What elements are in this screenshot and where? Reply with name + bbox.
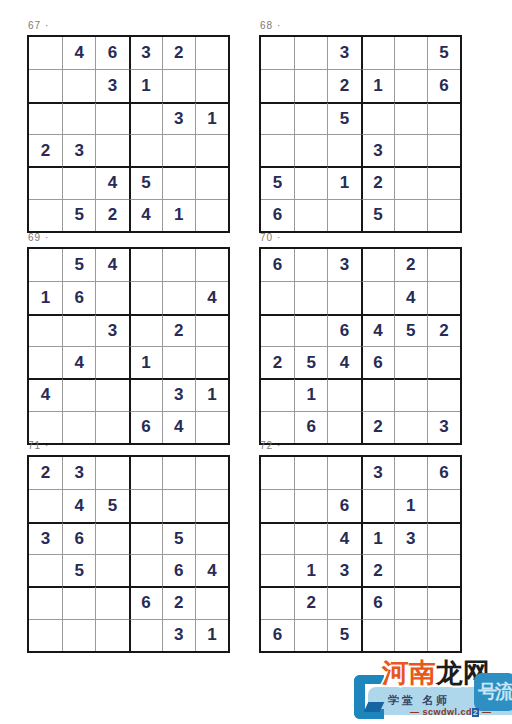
cell-r1c2: 4 — [62, 37, 95, 69]
cell-r1c4 — [361, 249, 394, 281]
cell-r4c5: 6 — [162, 554, 195, 586]
cell-r5c3 — [95, 586, 128, 618]
cell-r5c6 — [427, 586, 460, 618]
cell-r2c4 — [361, 489, 394, 521]
cell-r1c6 — [195, 249, 228, 281]
cell-r3c5 — [394, 102, 427, 134]
cell-r3c1 — [261, 102, 294, 134]
cell-r6c6: 3 — [427, 411, 460, 443]
cell-r5c1: 5 — [261, 166, 294, 198]
cell-r5c5 — [394, 378, 427, 410]
cell-r3c5: 3 — [394, 522, 427, 554]
cell-r4c4 — [129, 554, 162, 586]
watermark-title-henan: 河南 — [382, 658, 436, 688]
cell-r2c6: 6 — [427, 69, 460, 101]
cell-r6c5 — [394, 619, 427, 651]
cell-r6c1: 6 — [261, 619, 294, 651]
cell-r3c1 — [261, 522, 294, 554]
cell-r3c6: 2 — [427, 314, 460, 346]
cell-r4c1 — [29, 346, 62, 378]
cell-r3c4: 4 — [361, 314, 394, 346]
puzzle-number-label: 72 · — [260, 440, 462, 452]
cell-r6c3 — [327, 411, 360, 443]
sudoku-grid-69: 54164324143164 — [27, 247, 230, 445]
cell-r3c4 — [129, 314, 162, 346]
cell-r3c3: 3 — [95, 314, 128, 346]
cell-r5c2: 2 — [294, 586, 327, 618]
cell-r2c2 — [62, 69, 95, 101]
sudoku-grid-71: 23453655646231 — [27, 455, 230, 653]
cell-r1c6 — [195, 457, 228, 489]
cell-r4c1: 2 — [29, 134, 62, 166]
cell-r4c5 — [394, 554, 427, 586]
cell-r5c3: 4 — [95, 166, 128, 198]
cell-r3c4 — [129, 102, 162, 134]
cell-r5c4 — [361, 378, 394, 410]
cell-r2c1: 1 — [29, 281, 62, 313]
watermark-domain: — scwdwl.cd2 — — [410, 707, 492, 717]
cell-r2c4: 1 — [361, 69, 394, 101]
cell-r3c3: 4 — [327, 522, 360, 554]
puzzle-70: 70 · 6324645225461623 — [259, 232, 462, 445]
cell-r4c4: 2 — [361, 554, 394, 586]
cell-r2c6 — [195, 489, 228, 521]
cell-r1c2: 3 — [62, 457, 95, 489]
cell-r2c3 — [327, 281, 360, 313]
cell-r5c5 — [162, 166, 195, 198]
cell-r5c2 — [62, 378, 95, 410]
cell-r3c6 — [195, 522, 228, 554]
site-watermark: 学堂 名师 河南龙网 号流 — scwdwl.cd2 — — [352, 654, 512, 724]
cell-r4c1 — [261, 554, 294, 586]
cell-r3c5: 5 — [394, 314, 427, 346]
cell-r6c2: 6 — [294, 411, 327, 443]
cell-r5c1: 4 — [29, 378, 62, 410]
cell-r2c5 — [162, 281, 195, 313]
sudoku-grid-68: 352165351265 — [259, 35, 462, 233]
cell-r3c4 — [129, 522, 162, 554]
cell-r2c3: 2 — [327, 69, 360, 101]
cell-r6c4 — [129, 619, 162, 651]
cell-r3c5: 3 — [162, 102, 195, 134]
puzzle-number-label: 69 · — [28, 232, 230, 244]
cell-r2c4: 1 — [129, 69, 162, 101]
cell-r2c1 — [261, 69, 294, 101]
sudoku-grid-72: 36614131322665 — [259, 455, 462, 653]
cell-r1c3: 3 — [327, 249, 360, 281]
cell-r4c6 — [195, 134, 228, 166]
cell-r6c5 — [394, 199, 427, 231]
cell-r1c3 — [95, 457, 128, 489]
cell-r5c6: 1 — [195, 378, 228, 410]
cell-r1c6: 5 — [427, 37, 460, 69]
cell-r2c5 — [162, 69, 195, 101]
cell-r4c3: 3 — [327, 554, 360, 586]
cell-r3c1 — [29, 102, 62, 134]
cell-r4c6 — [427, 554, 460, 586]
cell-r1c4 — [361, 37, 394, 69]
cell-r5c6 — [195, 166, 228, 198]
cell-r4c3 — [95, 554, 128, 586]
cell-r5c6 — [427, 378, 460, 410]
cell-r2c2 — [294, 69, 327, 101]
cell-r1c4 — [129, 457, 162, 489]
cell-r2c3: 5 — [95, 489, 128, 521]
cell-r5c1 — [261, 586, 294, 618]
cell-r6c2 — [294, 619, 327, 651]
cell-r1c4 — [129, 249, 162, 281]
cell-r4c6: 4 — [195, 554, 228, 586]
cell-r6c4: 2 — [361, 411, 394, 443]
cell-r6c5: 3 — [162, 619, 195, 651]
cell-r3c4 — [361, 102, 394, 134]
cell-r5c1 — [29, 586, 62, 618]
cell-r6c6 — [195, 411, 228, 443]
puzzle-72: 72 · 36614131322665 — [259, 440, 462, 653]
cell-r5c2 — [62, 586, 95, 618]
cell-r3c5: 2 — [162, 314, 195, 346]
cell-r4c4: 1 — [129, 346, 162, 378]
cell-r4c6 — [427, 346, 460, 378]
cell-r4c2: 4 — [62, 346, 95, 378]
cell-r1c3: 3 — [327, 37, 360, 69]
cell-r3c3 — [95, 522, 128, 554]
cell-r1c3 — [327, 457, 360, 489]
cell-r5c6 — [195, 586, 228, 618]
puzzle-68: 68 · 352165351265 — [259, 20, 462, 233]
cell-r4c4: 3 — [361, 134, 394, 166]
puzzle-69: 69 · 54164324143164 — [27, 232, 230, 445]
cell-r2c4 — [361, 281, 394, 313]
cell-r3c1 — [29, 314, 62, 346]
puzzle-number-label: 70 · — [260, 232, 462, 244]
cell-r6c3 — [95, 619, 128, 651]
watermark-domain-text: scwdwl.cd — [423, 707, 473, 717]
cell-r2c5 — [162, 489, 195, 521]
cell-r4c5 — [162, 346, 195, 378]
cell-r6c5: 1 — [162, 199, 195, 231]
cell-r5c5: 3 — [162, 378, 195, 410]
cell-r6c6 — [427, 199, 460, 231]
puzzle-number-label: 68 · — [260, 20, 462, 32]
cell-r1c6: 6 — [427, 457, 460, 489]
cell-r4c3: 4 — [327, 346, 360, 378]
cell-r6c3 — [327, 199, 360, 231]
cell-r5c2 — [62, 166, 95, 198]
cell-r6c3 — [95, 411, 128, 443]
cell-r4c4: 6 — [361, 346, 394, 378]
cell-r4c6 — [195, 346, 228, 378]
cell-r6c3: 2 — [95, 199, 128, 231]
cell-r2c3 — [95, 281, 128, 313]
cell-r6c1 — [261, 411, 294, 443]
cell-r5c5: 2 — [162, 586, 195, 618]
sudoku-grid-70: 6324645225461623 — [259, 247, 462, 445]
cell-r4c3 — [327, 134, 360, 166]
cell-r6c6 — [427, 619, 460, 651]
cell-r4c5 — [394, 346, 427, 378]
cell-r4c1 — [261, 134, 294, 166]
cell-r5c4: 2 — [361, 166, 394, 198]
cell-r1c5 — [394, 457, 427, 489]
cell-r1c4: 3 — [129, 37, 162, 69]
cell-r1c1: 6 — [261, 249, 294, 281]
cell-r5c5 — [394, 586, 427, 618]
cell-r4c2: 3 — [62, 134, 95, 166]
cell-r4c1 — [29, 554, 62, 586]
cell-r5c3 — [95, 378, 128, 410]
cell-r3c6 — [195, 314, 228, 346]
cell-r2c1 — [261, 489, 294, 521]
cell-r2c2 — [294, 489, 327, 521]
cell-r5c1 — [29, 166, 62, 198]
cell-r1c5: 2 — [394, 249, 427, 281]
cell-r3c6 — [427, 522, 460, 554]
cell-r5c3 — [327, 378, 360, 410]
cell-r4c2 — [294, 134, 327, 166]
cell-r2c1 — [29, 489, 62, 521]
cell-r2c1 — [29, 69, 62, 101]
cell-r6c1 — [29, 619, 62, 651]
cell-r3c5: 5 — [162, 522, 195, 554]
cell-r5c4: 6 — [129, 586, 162, 618]
cell-r1c2 — [294, 37, 327, 69]
cell-r2c6 — [195, 69, 228, 101]
cell-r1c5: 2 — [162, 37, 195, 69]
cell-r6c4: 4 — [129, 199, 162, 231]
watermark-subtitle: 学堂 名师 — [388, 693, 450, 708]
cell-r6c3: 5 — [327, 619, 360, 651]
sudoku-grid-67: 4632313123455241 — [27, 35, 230, 233]
cell-r1c5 — [162, 457, 195, 489]
cell-r6c1: 6 — [261, 199, 294, 231]
cell-r3c2 — [62, 314, 95, 346]
puzzle-67: 67 · 4632313123455241 — [27, 20, 230, 233]
cell-r3c4: 1 — [361, 522, 394, 554]
cell-r4c5 — [394, 134, 427, 166]
cell-r3c1 — [261, 314, 294, 346]
cell-r1c1 — [261, 457, 294, 489]
cell-r2c2: 4 — [62, 489, 95, 521]
cell-r5c1 — [261, 378, 294, 410]
cell-r1c6 — [427, 249, 460, 281]
cell-r2c6: 4 — [195, 281, 228, 313]
cell-r2c6 — [427, 281, 460, 313]
cell-r6c4: 5 — [361, 199, 394, 231]
cell-r3c2 — [62, 102, 95, 134]
cell-r2c4 — [129, 489, 162, 521]
cell-r3c2 — [294, 522, 327, 554]
puzzle-number-label: 67 · — [28, 20, 230, 32]
cell-r1c2 — [294, 457, 327, 489]
cell-r2c5 — [394, 69, 427, 101]
cell-r6c1 — [29, 199, 62, 231]
cell-r4c2: 1 — [294, 554, 327, 586]
cell-r6c6: 1 — [195, 619, 228, 651]
watermark-domain-suffix: 2 — [472, 708, 479, 717]
cell-r3c2 — [294, 102, 327, 134]
cell-r5c4: 5 — [129, 166, 162, 198]
cell-r6c2 — [62, 619, 95, 651]
cell-r6c5 — [394, 411, 427, 443]
cell-r6c4 — [361, 619, 394, 651]
cell-r4c2: 5 — [294, 346, 327, 378]
cell-r6c2: 5 — [62, 199, 95, 231]
cell-r4c2: 5 — [62, 554, 95, 586]
cell-r4c3 — [95, 346, 128, 378]
cell-r1c1 — [29, 249, 62, 281]
cell-r1c1: 2 — [29, 457, 62, 489]
cell-r2c3: 6 — [327, 489, 360, 521]
cell-r2c5: 1 — [394, 489, 427, 521]
cell-r5c3 — [327, 586, 360, 618]
cell-r1c3: 4 — [95, 249, 128, 281]
cell-r6c1 — [29, 411, 62, 443]
cell-r3c2: 6 — [62, 522, 95, 554]
cell-r3c6 — [427, 102, 460, 134]
cell-r1c3: 6 — [95, 37, 128, 69]
cell-r1c6 — [195, 37, 228, 69]
cell-r1c4: 3 — [361, 457, 394, 489]
cell-r4c6 — [427, 134, 460, 166]
cell-r3c3: 6 — [327, 314, 360, 346]
cell-r2c3: 3 — [95, 69, 128, 101]
cell-r2c1 — [261, 281, 294, 313]
cell-r4c4 — [129, 134, 162, 166]
cell-r5c5 — [394, 166, 427, 198]
cell-r4c5 — [162, 134, 195, 166]
cell-r1c1 — [261, 37, 294, 69]
cell-r5c4 — [129, 378, 162, 410]
cell-r1c2: 5 — [62, 249, 95, 281]
cell-r3c2 — [294, 314, 327, 346]
cell-r5c6 — [427, 166, 460, 198]
cell-r5c3: 1 — [327, 166, 360, 198]
cell-r2c5: 4 — [394, 281, 427, 313]
cell-r1c1 — [29, 37, 62, 69]
cell-r6c5: 4 — [162, 411, 195, 443]
cell-r5c4: 6 — [361, 586, 394, 618]
cell-r3c3 — [95, 102, 128, 134]
cell-r2c6 — [427, 489, 460, 521]
watermark-seal-icon: 号流 — [474, 673, 512, 711]
cell-r3c6: 1 — [195, 102, 228, 134]
cell-r3c1: 3 — [29, 522, 62, 554]
cell-r4c3 — [95, 134, 128, 166]
watermark-logo-icon — [354, 675, 384, 719]
cell-r2c4 — [129, 281, 162, 313]
cell-r2c2 — [294, 281, 327, 313]
cell-r6c4: 6 — [129, 411, 162, 443]
cell-r5c2: 1 — [294, 378, 327, 410]
puzzle-number-label: 71 · — [28, 440, 230, 452]
cell-r5c2 — [294, 166, 327, 198]
cell-r6c2 — [294, 199, 327, 231]
cell-r2c2: 6 — [62, 281, 95, 313]
cell-r1c5 — [162, 249, 195, 281]
cell-r3c3: 5 — [327, 102, 360, 134]
cell-r1c2 — [294, 249, 327, 281]
puzzle-71: 71 · 23453655646231 — [27, 440, 230, 653]
cell-r6c6 — [195, 199, 228, 231]
cell-r1c5 — [394, 37, 427, 69]
cell-r6c2 — [62, 411, 95, 443]
cell-r4c1: 2 — [261, 346, 294, 378]
